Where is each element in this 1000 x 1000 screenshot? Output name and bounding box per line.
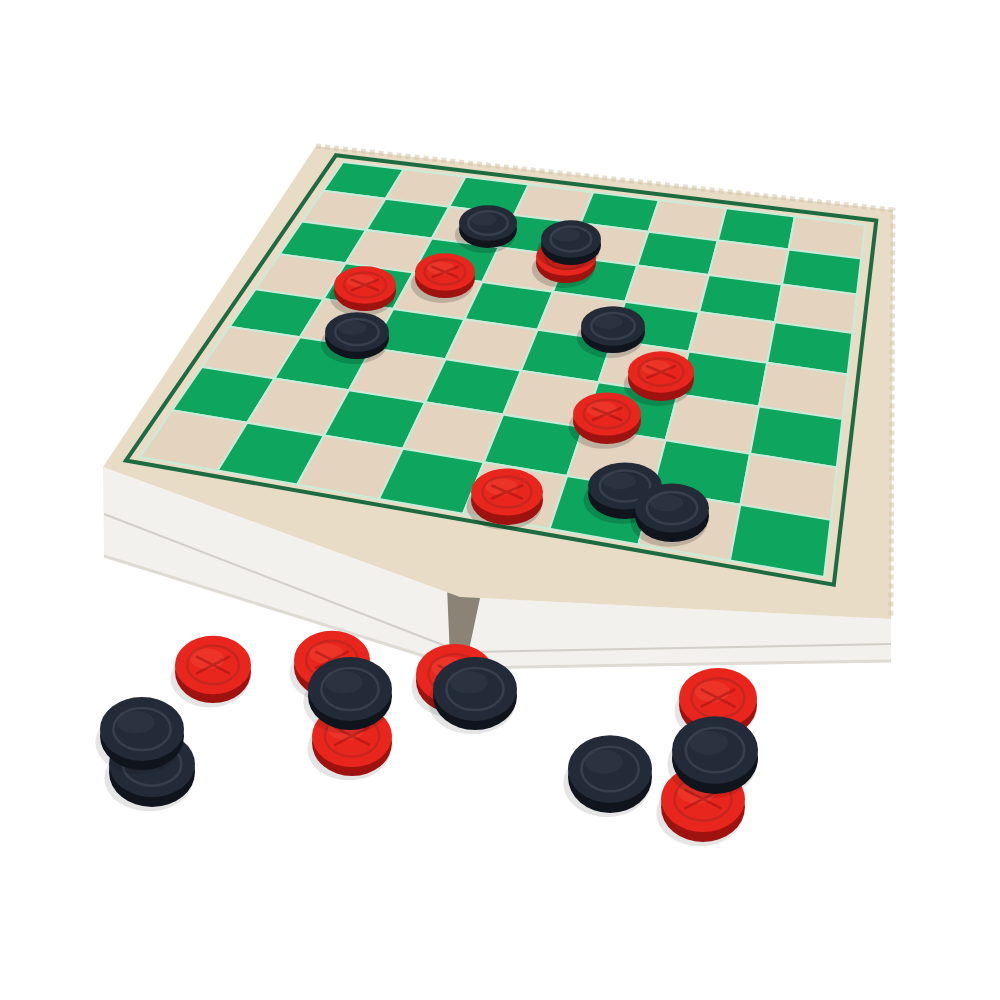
piece-highlight — [689, 731, 728, 755]
piece-highlight — [450, 671, 488, 693]
scene-svg — [0, 0, 1000, 1000]
piece-highlight — [695, 681, 730, 702]
piece-highlight — [471, 213, 497, 226]
piece-highlight — [485, 479, 517, 496]
checker-black[interactable] — [667, 716, 758, 798]
checker-black[interactable] — [95, 697, 184, 774]
checkers-product-photo — [0, 0, 1000, 1000]
piece-highlight — [325, 671, 363, 693]
piece-highlight — [603, 473, 636, 490]
piece-highlight — [553, 228, 580, 241]
piece-highlight — [641, 360, 671, 375]
piece-highlight — [338, 321, 367, 335]
piece-highlight — [117, 711, 155, 733]
checker-black[interactable] — [563, 735, 652, 817]
piece-highlight — [587, 402, 618, 417]
piece-highlight — [190, 649, 224, 669]
piece-highlight — [594, 315, 623, 329]
checker-red[interactable] — [170, 636, 251, 708]
piece-highlight — [650, 494, 683, 511]
piece-highlight — [585, 750, 623, 774]
